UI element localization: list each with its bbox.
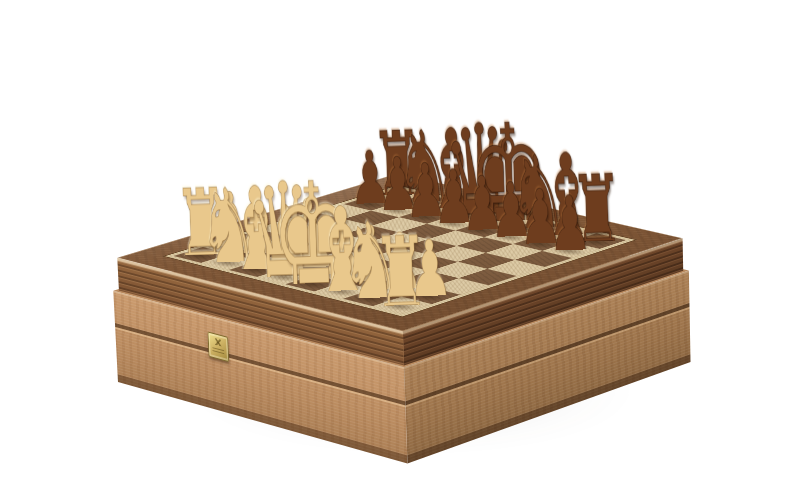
product-photo-stage: ♜♞♝♛♚♞♝♜♟♟♟♟♟♟♟♟♟♟♟♟♟♟♟♟♜♞♝♛♚♝♞♜ — [0, 0, 800, 497]
brass-plaque — [208, 331, 229, 362]
white-rook[interactable]: ♜ — [371, 223, 431, 329]
camera-roll-wrapper: ♜♞♝♛♚♞♝♜♟♟♟♟♟♟♟♟♟♟♟♟♟♟♟♟♜♞♝♛♚♝♞♜ — [0, 0, 800, 497]
square-h7[interactable]: ♟ — [542, 242, 599, 258]
scene-3d: ♜♞♝♛♚♞♝♜♟♟♟♟♟♟♟♟♟♟♟♟♟♟♟♟♜♞♝♛♚♝♞♜ — [0, 0, 800, 497]
